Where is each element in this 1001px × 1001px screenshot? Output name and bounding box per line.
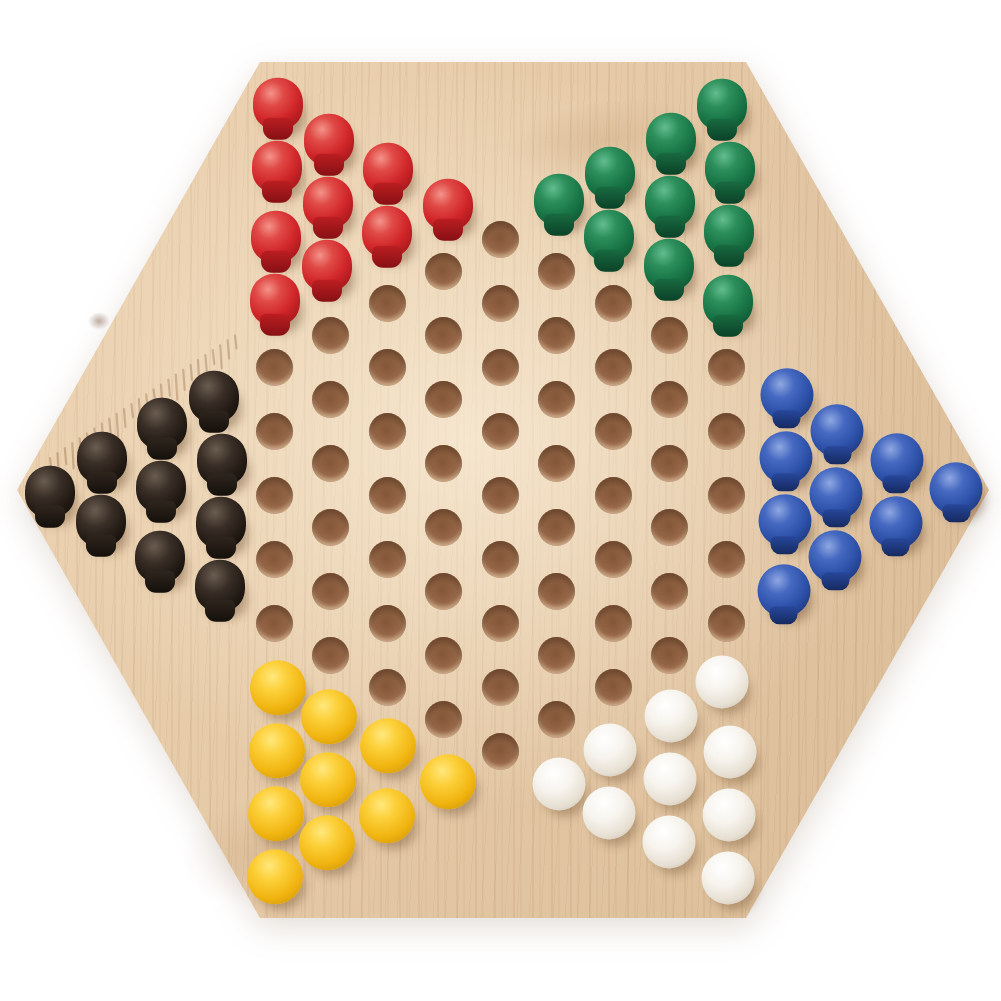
board-cell	[642, 127, 699, 159]
board-cell	[585, 287, 642, 319]
board-cell	[755, 447, 812, 479]
peg-yellow[interactable]	[360, 718, 416, 773]
board-hole[interactable]	[482, 733, 519, 770]
board-cell	[698, 799, 755, 831]
board-hole[interactable]	[425, 509, 462, 546]
peg-black[interactable]	[137, 398, 187, 450]
peg-black[interactable]	[135, 531, 185, 583]
board-cell	[77, 447, 134, 479]
board-cell	[246, 671, 303, 703]
board-cell	[642, 639, 699, 671]
board-cell	[585, 671, 642, 703]
board-cell	[585, 415, 642, 447]
board-cell	[755, 575, 812, 607]
board-hole[interactable]	[425, 701, 462, 738]
peg-red[interactable]	[250, 274, 300, 326]
peg-red[interactable]	[302, 240, 352, 292]
board-hole[interactable]	[256, 477, 293, 514]
peg-yellow[interactable]	[301, 689, 357, 744]
board-cell	[642, 511, 699, 543]
board-hole[interactable]	[538, 701, 575, 738]
board-cell	[472, 479, 529, 511]
board-hole[interactable]	[312, 317, 349, 354]
board-cell	[642, 447, 699, 479]
board-hole[interactable]	[595, 413, 632, 450]
board-cell	[642, 575, 699, 607]
board-cell	[190, 511, 247, 543]
board-cell	[698, 287, 755, 319]
board-cell	[359, 223, 416, 255]
board-cell	[77, 511, 134, 543]
peg-yellow[interactable]	[249, 723, 305, 778]
peg-blue[interactable]	[810, 467, 863, 520]
board-cell	[698, 863, 755, 895]
board-hole[interactable]	[425, 445, 462, 482]
board-cell	[529, 703, 586, 735]
board-cell	[359, 479, 416, 511]
peg-blue[interactable]	[758, 494, 811, 547]
board-cell	[303, 255, 360, 287]
peg-blue[interactable]	[809, 530, 862, 583]
peg-yellow[interactable]	[359, 788, 415, 843]
board-hole[interactable]	[256, 349, 293, 386]
peg-white[interactable]	[703, 788, 756, 841]
board-cell	[811, 543, 868, 575]
peg-white[interactable]	[642, 815, 695, 868]
peg-white[interactable]	[696, 655, 749, 708]
board-cell	[472, 415, 529, 447]
board-hole[interactable]	[708, 605, 745, 642]
peg-green[interactable]	[644, 239, 694, 291]
board-cell	[529, 767, 586, 799]
board-cell	[529, 255, 586, 287]
peg-green[interactable]	[697, 79, 747, 131]
peg-white[interactable]	[702, 851, 755, 904]
peg-white[interactable]	[532, 757, 585, 810]
board-hole[interactable]	[369, 285, 406, 322]
peg-white[interactable]	[644, 689, 697, 742]
board-cell	[416, 575, 473, 607]
board-cell	[246, 287, 303, 319]
board-hole[interactable]	[482, 285, 519, 322]
peg-blue[interactable]	[759, 431, 812, 484]
board-cell	[585, 351, 642, 383]
board-cell	[246, 863, 303, 895]
board-cell	[359, 159, 416, 191]
peg-black[interactable]	[189, 371, 239, 423]
peg-red[interactable]	[363, 143, 413, 195]
board-cell	[698, 607, 755, 639]
board-hole[interactable]	[538, 445, 575, 482]
board-cell	[868, 447, 925, 479]
board-cell	[133, 415, 190, 447]
board-hole[interactable]	[369, 349, 406, 386]
board-cell	[529, 575, 586, 607]
board-cell	[642, 703, 699, 735]
board-hole[interactable]	[482, 605, 519, 642]
peg-yellow[interactable]	[300, 752, 356, 807]
board-cell	[359, 607, 416, 639]
board-hole[interactable]	[369, 413, 406, 450]
board-cell	[416, 383, 473, 415]
board-cell	[698, 159, 755, 191]
board-cell	[246, 607, 303, 639]
board-cell	[190, 383, 247, 415]
board-hole[interactable]	[595, 349, 632, 386]
board-cell	[246, 223, 303, 255]
board-hole[interactable]	[482, 541, 519, 578]
peg-red[interactable]	[252, 141, 302, 193]
board-hole[interactable]	[312, 381, 349, 418]
board-cell	[416, 511, 473, 543]
board-hole[interactable]	[369, 477, 406, 514]
board-cell	[246, 351, 303, 383]
board-cell	[755, 383, 812, 415]
board-cell	[359, 735, 416, 767]
peg-blue[interactable]	[930, 462, 983, 515]
peg-red[interactable]	[362, 206, 412, 258]
board-hole[interactable]	[538, 573, 575, 610]
board-cell	[529, 511, 586, 543]
board-hole[interactable]	[425, 381, 462, 418]
board-hole[interactable]	[595, 477, 632, 514]
board-cell	[303, 319, 360, 351]
board-cell	[698, 671, 755, 703]
board-hole[interactable]	[312, 637, 349, 674]
peg-white[interactable]	[704, 725, 757, 778]
board-cell	[303, 383, 360, 415]
board-hole[interactable]	[312, 509, 349, 546]
peg-white[interactable]	[584, 723, 637, 776]
board-cell	[585, 479, 642, 511]
board-hole[interactable]	[595, 285, 632, 322]
board-cell	[868, 511, 925, 543]
board-hole[interactable]	[595, 669, 632, 706]
board-hole[interactable]	[482, 349, 519, 386]
board-cell	[303, 191, 360, 223]
board-cell	[529, 639, 586, 671]
board-hole[interactable]	[538, 637, 575, 674]
board-hole[interactable]	[312, 573, 349, 610]
board-cell	[246, 799, 303, 831]
board-cell	[246, 415, 303, 447]
peg-yellow[interactable]	[250, 660, 306, 715]
board-cell	[190, 575, 247, 607]
board-hole[interactable]	[708, 477, 745, 514]
board-cell	[585, 159, 642, 191]
board-hole[interactable]	[708, 349, 745, 386]
board-hole[interactable]	[651, 637, 688, 674]
board-cell	[472, 287, 529, 319]
board-hole[interactable]	[256, 541, 293, 578]
peg-blue[interactable]	[869, 496, 922, 549]
board-hole[interactable]	[425, 253, 462, 290]
peg-blue[interactable]	[870, 433, 923, 486]
board-hole[interactable]	[425, 573, 462, 610]
peg-black[interactable]	[197, 434, 247, 486]
board-cell	[416, 703, 473, 735]
board-hole[interactable]	[369, 541, 406, 578]
board-cell	[698, 415, 755, 447]
board-cell	[642, 191, 699, 223]
board-cell	[416, 191, 473, 223]
board-hole[interactable]	[482, 669, 519, 706]
peg-blue[interactable]	[757, 564, 810, 617]
board-cell	[811, 415, 868, 447]
board-cell	[472, 543, 529, 575]
board-hole[interactable]	[482, 477, 519, 514]
peg-red[interactable]	[423, 179, 473, 231]
board-cell	[755, 511, 812, 543]
peg-yellow[interactable]	[248, 786, 304, 841]
board-cell	[246, 735, 303, 767]
peg-black[interactable]	[77, 432, 127, 484]
peg-black[interactable]	[196, 497, 246, 549]
peg-red[interactable]	[303, 177, 353, 229]
board-cell	[924, 479, 981, 511]
peg-black[interactable]	[25, 466, 75, 518]
peg-blue[interactable]	[811, 404, 864, 457]
board-cell	[359, 799, 416, 831]
board-cell	[698, 735, 755, 767]
board-cell	[20, 479, 77, 511]
board-cell	[698, 479, 755, 511]
board-cell	[303, 703, 360, 735]
peg-black[interactable]	[195, 560, 245, 612]
board-cell	[529, 447, 586, 479]
board-hole[interactable]	[369, 605, 406, 642]
board-cell	[698, 351, 755, 383]
hole-grid	[20, 95, 981, 895]
board-cell	[529, 383, 586, 415]
board-cell	[416, 255, 473, 287]
peg-red[interactable]	[253, 78, 303, 130]
board-cell	[303, 831, 360, 863]
peg-yellow[interactable]	[247, 849, 303, 904]
board-cell	[698, 543, 755, 575]
peg-green[interactable]	[585, 147, 635, 199]
board-hole[interactable]	[538, 317, 575, 354]
peg-green[interactable]	[704, 205, 754, 257]
peg-red[interactable]	[304, 114, 354, 166]
board-cell	[133, 543, 190, 575]
board-hole[interactable]	[256, 413, 293, 450]
board-cell	[472, 223, 529, 255]
board-cell	[416, 767, 473, 799]
board-hole[interactable]	[651, 573, 688, 610]
board-hole[interactable]	[538, 253, 575, 290]
board-hole[interactable]	[425, 317, 462, 354]
board-cell	[472, 351, 529, 383]
board-cell	[642, 319, 699, 351]
board-hole[interactable]	[369, 669, 406, 706]
board-cell	[359, 543, 416, 575]
board-cell	[303, 511, 360, 543]
peg-yellow[interactable]	[299, 815, 355, 870]
board-cell	[416, 319, 473, 351]
board-hole[interactable]	[256, 605, 293, 642]
board-cell	[811, 479, 868, 511]
peg-green[interactable]	[703, 275, 753, 327]
board-hole[interactable]	[651, 317, 688, 354]
board-cell	[472, 735, 529, 767]
board-cell	[246, 95, 303, 127]
board-cell	[529, 191, 586, 223]
board-cell	[303, 575, 360, 607]
peg-green[interactable]	[705, 142, 755, 194]
peg-black[interactable]	[76, 495, 126, 547]
peg-white[interactable]	[643, 752, 696, 805]
board-hole[interactable]	[708, 413, 745, 450]
board-hole[interactable]	[425, 637, 462, 674]
board-hole[interactable]	[651, 509, 688, 546]
board-cell	[246, 543, 303, 575]
board-hole[interactable]	[651, 381, 688, 418]
peg-black[interactable]	[136, 461, 186, 513]
board-cell	[585, 799, 642, 831]
board-cell	[585, 607, 642, 639]
board-hole[interactable]	[538, 509, 575, 546]
board-cell	[190, 447, 247, 479]
peg-green[interactable]	[646, 113, 696, 165]
peg-yellow[interactable]	[420, 754, 476, 809]
board-hole[interactable]	[595, 605, 632, 642]
board-hole[interactable]	[538, 381, 575, 418]
peg-blue[interactable]	[760, 368, 813, 421]
board-cell	[416, 447, 473, 479]
board-cell	[133, 479, 190, 511]
board-cell	[359, 351, 416, 383]
peg-white[interactable]	[583, 786, 636, 839]
board-cell	[303, 639, 360, 671]
peg-green[interactable]	[534, 174, 584, 226]
board-cell	[642, 255, 699, 287]
peg-red[interactable]	[251, 211, 301, 263]
board-cell	[246, 159, 303, 191]
board-hole[interactable]	[482, 221, 519, 258]
board-cell	[359, 671, 416, 703]
board-cell	[585, 223, 642, 255]
board-cell	[416, 639, 473, 671]
board-cell	[642, 767, 699, 799]
board-hole[interactable]	[708, 541, 745, 578]
chinese-checkers-board	[0, 0, 1001, 1001]
board-cell	[585, 735, 642, 767]
board-cell	[529, 319, 586, 351]
board-cell	[359, 287, 416, 319]
peg-green[interactable]	[584, 210, 634, 262]
board-cell	[642, 383, 699, 415]
board-cell	[303, 767, 360, 799]
board-cell	[472, 607, 529, 639]
board-cell	[303, 127, 360, 159]
board-cell	[359, 415, 416, 447]
board-cell	[303, 447, 360, 479]
board-cell	[642, 831, 699, 863]
board-cell	[246, 479, 303, 511]
board-cell	[698, 95, 755, 127]
board-cell	[698, 223, 755, 255]
peg-green[interactable]	[645, 176, 695, 228]
board-hole[interactable]	[595, 541, 632, 578]
board-cell	[585, 543, 642, 575]
board-hole[interactable]	[482, 413, 519, 450]
board-hole[interactable]	[651, 445, 688, 482]
board-hole[interactable]	[312, 445, 349, 482]
board-cell	[472, 671, 529, 703]
